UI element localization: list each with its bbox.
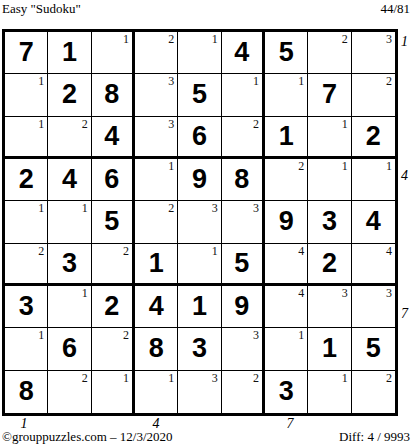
pencil-mark: 1 xyxy=(212,245,218,258)
cell-r3c3[interactable]: 4 xyxy=(92,117,135,159)
cell-r6c9[interactable]: 4 xyxy=(352,244,395,286)
cell-r2c7[interactable]: 1 xyxy=(265,74,308,116)
cell-r1c1[interactable]: 7 xyxy=(5,32,48,74)
cell-r1c3[interactable]: 1 xyxy=(92,32,135,74)
cell-r8c8[interactable]: 1 xyxy=(308,328,351,370)
cell-r7c6[interactable]: 9 xyxy=(222,286,265,328)
page-title: Easy "Sudoku" xyxy=(2,1,81,17)
pencil-mark: 3 xyxy=(253,329,259,342)
cell-r4c3[interactable]: 6 xyxy=(92,159,135,201)
cell-value: 3 xyxy=(279,378,294,405)
cell-r3c2[interactable]: 2 xyxy=(48,117,91,159)
cell-r8c1[interactable]: 1 xyxy=(5,328,48,370)
cell-r7c5[interactable]: 1 xyxy=(178,286,221,328)
cell-r2c6[interactable]: 1 xyxy=(222,74,265,116)
cell-r9c2[interactable]: 2 xyxy=(48,371,91,413)
cell-r6c8[interactable]: 2 xyxy=(308,244,351,286)
copyright-text: ©grouppuzzles.com – 12/3/2020 xyxy=(2,429,173,445)
cell-r9c4[interactable]: 1 xyxy=(135,371,178,413)
cell-r2c3[interactable]: 8 xyxy=(92,74,135,116)
cell-value: 4 xyxy=(366,208,381,235)
cell-r9c3[interactable]: 1 xyxy=(92,371,135,413)
pencil-mark: 1 xyxy=(212,33,218,46)
cell-r2c4[interactable]: 3 xyxy=(135,74,178,116)
cell-r6c7[interactable]: 4 xyxy=(265,244,308,286)
cell-value: 2 xyxy=(322,250,337,277)
pencil-mark: 3 xyxy=(168,75,174,88)
cell-r1c4[interactable]: 2 xyxy=(135,32,178,74)
cell-r7c2[interactable]: 1 xyxy=(48,286,91,328)
cell-r5c8[interactable]: 3 xyxy=(308,201,351,243)
pencil-mark: 3 xyxy=(253,202,259,215)
cell-r6c2[interactable]: 3 xyxy=(48,244,91,286)
pencil-mark: 1 xyxy=(253,75,259,88)
progress-counter: 44/81 xyxy=(380,1,410,17)
cell-r5c9[interactable]: 4 xyxy=(352,201,395,243)
cell-value: 1 xyxy=(62,39,77,66)
cell-value: 6 xyxy=(62,335,77,362)
cell-r9c8[interactable]: 1 xyxy=(308,371,351,413)
cell-r5c7[interactable]: 9 xyxy=(265,201,308,243)
cell-r3c7[interactable]: 1 xyxy=(265,117,308,159)
cell-value: 8 xyxy=(19,378,34,405)
cell-r3c8[interactable]: 1 xyxy=(308,117,351,159)
cell-r2c1[interactable]: 1 xyxy=(5,74,48,116)
cell-value: 4 xyxy=(149,293,164,320)
cell-value: 2 xyxy=(366,123,381,150)
cell-r8c4[interactable]: 8 xyxy=(135,328,178,370)
cell-r3c6[interactable]: 2 xyxy=(222,117,265,159)
cell-value: 2 xyxy=(104,293,119,320)
cell-value: 6 xyxy=(104,166,119,193)
cell-value: 3 xyxy=(322,208,337,235)
pencil-mark: 2 xyxy=(253,372,259,385)
cell-value: 2 xyxy=(62,81,77,108)
cell-r5c2[interactable]: 1 xyxy=(48,201,91,243)
pencil-mark: 1 xyxy=(298,75,304,88)
cell-value: 3 xyxy=(19,293,34,320)
cell-r6c4[interactable]: 1 xyxy=(135,244,178,286)
cell-value: 9 xyxy=(279,208,294,235)
pencil-mark: 3 xyxy=(168,118,174,131)
cell-r9c5[interactable]: 3 xyxy=(178,371,221,413)
pencil-mark: 1 xyxy=(82,287,88,300)
cell-r5c4[interactable]: 2 xyxy=(135,201,178,243)
cell-r8c6[interactable]: 3 xyxy=(222,328,265,370)
pencil-mark: 2 xyxy=(386,75,392,88)
pencil-mark: 1 xyxy=(123,372,129,385)
pencil-mark: 1 xyxy=(38,75,44,88)
cell-r8c3[interactable]: 2 xyxy=(92,328,135,370)
cell-r9c9[interactable]: 2 xyxy=(352,371,395,413)
cell-value: 4 xyxy=(104,123,119,150)
pencil-mark: 1 xyxy=(38,118,44,131)
cell-r4c6[interactable]: 8 xyxy=(222,159,265,201)
cell-r3c4[interactable]: 3 xyxy=(135,117,178,159)
pencil-mark: 3 xyxy=(342,287,348,300)
cell-value: 6 xyxy=(192,123,207,150)
cell-value: 1 xyxy=(279,123,294,150)
cell-value: 5 xyxy=(192,81,207,108)
cell-r2c2[interactable]: 2 xyxy=(48,74,91,116)
cell-r3c5[interactable]: 6 xyxy=(178,117,221,159)
pencil-mark: 2 xyxy=(123,329,129,342)
pencil-mark: 1 xyxy=(342,160,348,173)
pencil-mark: 4 xyxy=(298,245,304,258)
cell-value: 9 xyxy=(234,293,249,320)
cell-r1c8[interactable]: 2 xyxy=(308,32,351,74)
cell-r8c2[interactable]: 6 xyxy=(48,328,91,370)
cell-r7c9[interactable]: 3 xyxy=(352,286,395,328)
cell-r2c9[interactable]: 2 xyxy=(352,74,395,116)
pencil-mark: 3 xyxy=(212,202,218,215)
pencil-mark: 2 xyxy=(168,202,174,215)
cell-r7c4[interactable]: 4 xyxy=(135,286,178,328)
pencil-mark: 1 xyxy=(168,372,174,385)
pencil-mark: 4 xyxy=(298,287,304,300)
pencil-mark: 1 xyxy=(123,33,129,46)
sudoku-page: Easy "Sudoku" 44/81 71121452312835117212… xyxy=(0,0,412,445)
cell-r4c1[interactable]: 2 xyxy=(5,159,48,201)
cell-r4c9[interactable]: 1 xyxy=(352,159,395,201)
pencil-mark: 2 xyxy=(386,372,392,385)
cell-value: 8 xyxy=(234,166,249,193)
pencil-mark: 2 xyxy=(168,33,174,46)
cell-r8c7[interactable]: 1 xyxy=(265,328,308,370)
cell-value: 5 xyxy=(104,208,119,235)
pencil-mark: 3 xyxy=(386,287,392,300)
pencil-mark: 1 xyxy=(38,329,44,342)
cell-value: 1 xyxy=(149,250,164,277)
cell-r5c5[interactable]: 3 xyxy=(178,201,221,243)
cell-r4c2[interactable]: 4 xyxy=(48,159,91,201)
cell-r7c3[interactable]: 2 xyxy=(92,286,135,328)
cell-r7c8[interactable]: 3 xyxy=(308,286,351,328)
cell-r4c7[interactable]: 2 xyxy=(265,159,308,201)
cell-value: 2 xyxy=(19,166,34,193)
cell-r8c5[interactable]: 3 xyxy=(178,328,221,370)
pencil-mark: 2 xyxy=(342,33,348,46)
cell-value: 8 xyxy=(149,335,164,362)
cell-value: 8 xyxy=(104,81,119,108)
cell-r5c3[interactable]: 5 xyxy=(92,201,135,243)
pencil-mark: 1 xyxy=(342,118,348,131)
row-label-1: 1 xyxy=(401,34,412,50)
cell-r1c6[interactable]: 4 xyxy=(222,32,265,74)
cell-value: 5 xyxy=(234,250,249,277)
cell-r3c1[interactable]: 1 xyxy=(5,117,48,159)
cell-r7c7[interactable]: 4 xyxy=(265,286,308,328)
pencil-mark: 3 xyxy=(212,372,218,385)
cell-r6c3[interactable]: 2 xyxy=(92,244,135,286)
cell-value: 1 xyxy=(192,293,207,320)
cell-value: 3 xyxy=(62,250,77,277)
cell-value: 4 xyxy=(234,39,249,66)
cell-r2c8[interactable]: 7 xyxy=(308,74,351,116)
pencil-mark: 2 xyxy=(38,245,44,258)
pencil-mark: 2 xyxy=(82,118,88,131)
cell-value: 4 xyxy=(62,166,77,193)
pencil-mark: 1 xyxy=(342,372,348,385)
cell-r1c5[interactable]: 1 xyxy=(178,32,221,74)
cell-value: 9 xyxy=(192,166,207,193)
row-label-4: 4 xyxy=(401,168,412,184)
cell-r1c9[interactable]: 3 xyxy=(352,32,395,74)
cell-r9c7[interactable]: 3 xyxy=(265,371,308,413)
cell-r5c1[interactable]: 1 xyxy=(5,201,48,243)
pencil-mark: 2 xyxy=(82,372,88,385)
cell-value: 3 xyxy=(192,335,207,362)
row-label-7: 7 xyxy=(401,306,412,322)
cell-value: 5 xyxy=(279,39,294,66)
cell-r6c6[interactable]: 5 xyxy=(222,244,265,286)
pencil-mark: 3 xyxy=(386,33,392,46)
cell-r4c5[interactable]: 9 xyxy=(178,159,221,201)
cell-value: 5 xyxy=(366,335,381,362)
cell-value: 7 xyxy=(322,81,337,108)
cell-r3c9[interactable]: 2 xyxy=(352,117,395,159)
sudoku-board: 7112145231283511721243621122461982111152… xyxy=(2,29,398,416)
cell-value: 7 xyxy=(19,39,34,66)
cell-r1c7[interactable]: 5 xyxy=(265,32,308,74)
pencil-mark: 1 xyxy=(386,160,392,173)
cell-r7c1[interactable]: 3 xyxy=(5,286,48,328)
pencil-mark: 4 xyxy=(386,245,392,258)
pencil-mark: 2 xyxy=(253,118,259,131)
cell-r9c6[interactable]: 2 xyxy=(222,371,265,413)
cell-r6c5[interactable]: 1 xyxy=(178,244,221,286)
pencil-mark: 1 xyxy=(168,160,174,173)
cell-r1c2[interactable]: 1 xyxy=(48,32,91,74)
cell-r5c6[interactable]: 3 xyxy=(222,201,265,243)
cell-r8c9[interactable]: 5 xyxy=(352,328,395,370)
difficulty-text: Diff: 4 / 9993 xyxy=(339,429,410,445)
cell-r9c1[interactable]: 8 xyxy=(5,371,48,413)
pencil-mark: 1 xyxy=(38,202,44,215)
cell-value: 1 xyxy=(322,335,337,362)
pencil-mark: 2 xyxy=(123,245,129,258)
pencil-mark: 1 xyxy=(82,202,88,215)
pencil-mark: 2 xyxy=(298,160,304,173)
cell-r6c1[interactable]: 2 xyxy=(5,244,48,286)
cell-r2c5[interactable]: 5 xyxy=(178,74,221,116)
col-label-7: 7 xyxy=(280,416,300,431)
cell-r4c4[interactable]: 1 xyxy=(135,159,178,201)
cell-r4c8[interactable]: 1 xyxy=(308,159,351,201)
pencil-mark: 1 xyxy=(298,329,304,342)
